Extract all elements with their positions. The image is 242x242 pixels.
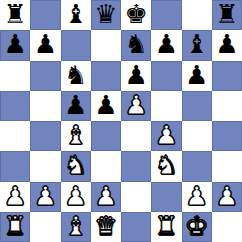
square-g4[interactable]: [182, 121, 212, 151]
square-d3[interactable]: [91, 151, 121, 181]
black-knight[interactable]: ♞: [64, 62, 87, 88]
square-g2[interactable]: ♟: [182, 182, 212, 212]
white-king[interactable]: ♚: [185, 213, 208, 239]
white-knight[interactable]: ♞: [64, 152, 87, 178]
square-a5[interactable]: [0, 91, 30, 121]
square-b8[interactable]: [30, 0, 60, 30]
square-e6[interactable]: ♟: [121, 61, 151, 91]
black-pawn[interactable]: ♟: [215, 31, 238, 57]
square-h2[interactable]: ♟: [212, 182, 242, 212]
square-d8[interactable]: ♛: [91, 0, 121, 30]
square-d4[interactable]: [91, 121, 121, 151]
square-f4[interactable]: ♟: [151, 121, 181, 151]
square-h8[interactable]: ♜: [212, 0, 242, 30]
square-b7[interactable]: ♟: [30, 30, 60, 60]
black-queen[interactable]: ♛: [94, 1, 117, 27]
square-h3[interactable]: [212, 151, 242, 181]
square-a3[interactable]: [0, 151, 30, 181]
white-pawn[interactable]: ♟: [124, 92, 147, 118]
black-king[interactable]: ♚: [124, 1, 147, 27]
square-h5[interactable]: [212, 91, 242, 121]
square-g3[interactable]: [182, 151, 212, 181]
square-b3[interactable]: [30, 151, 60, 181]
square-d2[interactable]: ♟: [91, 182, 121, 212]
square-a1[interactable]: ♜: [0, 212, 30, 242]
white-rook[interactable]: ♜: [155, 213, 178, 239]
square-e7[interactable]: ♞: [121, 30, 151, 60]
square-h1[interactable]: [212, 212, 242, 242]
square-f6[interactable]: [151, 61, 181, 91]
square-a7[interactable]: ♟: [0, 30, 30, 60]
square-c4[interactable]: ♝: [61, 121, 91, 151]
square-e8[interactable]: ♚: [121, 0, 151, 30]
square-a8[interactable]: ♜: [0, 0, 30, 30]
square-d7[interactable]: [91, 30, 121, 60]
chess-board: ♜♝♛♚♜♟♟♞♟♝♟♞♟♟♟♟♟♝♟♞♞♟♟♟♟♟♟♜♝♛♜♚: [0, 0, 242, 242]
black-pawn[interactable]: ♟: [185, 62, 208, 88]
white-pawn[interactable]: ♟: [34, 183, 57, 209]
square-b6[interactable]: [30, 61, 60, 91]
square-f7[interactable]: ♟: [151, 30, 181, 60]
white-bishop[interactable]: ♝: [64, 122, 87, 148]
square-g7[interactable]: ♝: [182, 30, 212, 60]
square-g1[interactable]: ♚: [182, 212, 212, 242]
square-b5[interactable]: [30, 91, 60, 121]
black-rook[interactable]: ♜: [215, 1, 238, 27]
square-h4[interactable]: [212, 121, 242, 151]
white-queen[interactable]: ♛: [94, 213, 117, 239]
white-rook[interactable]: ♜: [3, 213, 26, 239]
square-g6[interactable]: ♟: [182, 61, 212, 91]
square-d5[interactable]: ♟: [91, 91, 121, 121]
square-g8[interactable]: [182, 0, 212, 30]
square-d6[interactable]: [91, 61, 121, 91]
black-bishop[interactable]: ♝: [64, 1, 87, 27]
black-knight[interactable]: ♞: [124, 31, 147, 57]
square-h7[interactable]: ♟: [212, 30, 242, 60]
square-f8[interactable]: [151, 0, 181, 30]
white-pawn[interactable]: ♟: [155, 122, 178, 148]
white-pawn[interactable]: ♟: [94, 183, 117, 209]
square-b4[interactable]: [30, 121, 60, 151]
black-pawn[interactable]: ♟: [155, 31, 178, 57]
square-c1[interactable]: ♝: [61, 212, 91, 242]
white-pawn[interactable]: ♟: [185, 183, 208, 209]
square-a4[interactable]: [0, 121, 30, 151]
square-c2[interactable]: ♟: [61, 182, 91, 212]
square-b1[interactable]: [30, 212, 60, 242]
square-c5[interactable]: ♟: [61, 91, 91, 121]
square-e1[interactable]: [121, 212, 151, 242]
black-pawn[interactable]: ♟: [64, 92, 87, 118]
white-bishop[interactable]: ♝: [64, 213, 87, 239]
square-f5[interactable]: [151, 91, 181, 121]
black-pawn[interactable]: ♟: [3, 31, 26, 57]
black-pawn[interactable]: ♟: [94, 92, 117, 118]
square-h6[interactable]: [212, 61, 242, 91]
white-pawn[interactable]: ♟: [3, 183, 26, 209]
black-pawn[interactable]: ♟: [34, 31, 57, 57]
black-pawn[interactable]: ♟: [124, 62, 147, 88]
black-rook[interactable]: ♜: [3, 1, 26, 27]
square-f1[interactable]: ♜: [151, 212, 181, 242]
black-bishop[interactable]: ♝: [185, 31, 208, 57]
white-knight[interactable]: ♞: [155, 152, 178, 178]
square-f3[interactable]: ♞: [151, 151, 181, 181]
square-d1[interactable]: ♛: [91, 212, 121, 242]
square-g5[interactable]: [182, 91, 212, 121]
square-c7[interactable]: [61, 30, 91, 60]
square-e3[interactable]: [121, 151, 151, 181]
square-e4[interactable]: [121, 121, 151, 151]
square-b2[interactable]: ♟: [30, 182, 60, 212]
square-e5[interactable]: ♟: [121, 91, 151, 121]
square-f2[interactable]: [151, 182, 181, 212]
white-pawn[interactable]: ♟: [215, 183, 238, 209]
square-e2[interactable]: [121, 182, 151, 212]
white-pawn[interactable]: ♟: [64, 183, 87, 209]
square-a6[interactable]: [0, 61, 30, 91]
square-c3[interactable]: ♞: [61, 151, 91, 181]
square-c8[interactable]: ♝: [61, 0, 91, 30]
square-c6[interactable]: ♞: [61, 61, 91, 91]
square-a2[interactable]: ♟: [0, 182, 30, 212]
